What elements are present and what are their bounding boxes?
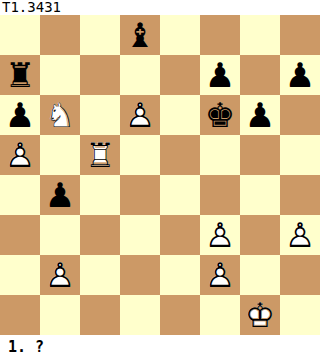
white-piece-outline-glyph: ♙ [0,135,40,175]
square-f3[interactable]: ♟♙ [200,215,240,255]
chess-board: ♝♜♟♟♟♞♘♟♙♚♟♟♙♜♖♟♟♙♟♙♟♙♟♙♚♔ [0,15,320,335]
square-f7[interactable]: ♟ [200,55,240,95]
black-piece-glyph: ♟ [280,55,320,95]
piece-white-pawn-h3[interactable]: ♟♙ [280,215,320,255]
white-piece-outline-glyph: ♙ [280,215,320,255]
square-a2[interactable] [0,255,40,295]
black-piece-glyph: ♜ [0,55,40,95]
chess-diagram-page: T1.3431 ♝♜♟♟♟♞♘♟♙♚♟♟♙♜♖♟♟♙♟♙♟♙♟♙♚♔ 1. ? [0,0,320,360]
puzzle-title: T1.3431 [0,0,320,15]
piece-white-pawn-f3[interactable]: ♟♙ [200,215,240,255]
square-b3[interactable] [40,215,80,255]
square-h6[interactable] [280,95,320,135]
black-piece-glyph: ♟ [240,95,280,135]
square-b5[interactable] [40,135,80,175]
square-f2[interactable]: ♟♙ [200,255,240,295]
square-e6[interactable] [160,95,200,135]
square-g7[interactable] [240,55,280,95]
square-c6[interactable] [80,95,120,135]
white-piece-outline-glyph: ♙ [40,255,80,295]
move-prompt: 1. ? [0,335,320,360]
square-d5[interactable] [120,135,160,175]
piece-white-pawn-b2[interactable]: ♟♙ [40,255,80,295]
square-h1[interactable] [280,295,320,335]
square-e7[interactable] [160,55,200,95]
square-c1[interactable] [80,295,120,335]
piece-black-pawn-g6[interactable]: ♟ [240,95,280,135]
square-h5[interactable] [280,135,320,175]
square-d3[interactable] [120,215,160,255]
piece-black-pawn-a6[interactable]: ♟ [0,95,40,135]
white-piece-outline-glyph: ♙ [120,95,160,135]
square-a1[interactable] [0,295,40,335]
square-g3[interactable] [240,215,280,255]
piece-black-bishop-d8[interactable]: ♝ [120,15,160,55]
square-a3[interactable] [0,215,40,255]
square-g2[interactable] [240,255,280,295]
piece-white-knight-b6[interactable]: ♞♘ [40,95,80,135]
white-piece-outline-glyph: ♘ [40,95,80,135]
square-f8[interactable] [200,15,240,55]
square-d4[interactable] [120,175,160,215]
square-d7[interactable] [120,55,160,95]
square-f4[interactable] [200,175,240,215]
square-g1[interactable]: ♚♔ [240,295,280,335]
square-b1[interactable] [40,295,80,335]
square-a4[interactable] [0,175,40,215]
square-c5[interactable]: ♜♖ [80,135,120,175]
square-g8[interactable] [240,15,280,55]
square-g6[interactable]: ♟ [240,95,280,135]
square-d8[interactable]: ♝ [120,15,160,55]
square-a5[interactable]: ♟♙ [0,135,40,175]
square-b7[interactable] [40,55,80,95]
square-b6[interactable]: ♞♘ [40,95,80,135]
square-g4[interactable] [240,175,280,215]
square-e2[interactable] [160,255,200,295]
square-e5[interactable] [160,135,200,175]
piece-white-king-g1[interactable]: ♚♔ [240,295,280,335]
square-c2[interactable] [80,255,120,295]
piece-white-pawn-d6[interactable]: ♟♙ [120,95,160,135]
black-piece-glyph: ♟ [0,95,40,135]
square-h4[interactable] [280,175,320,215]
piece-black-pawn-h7[interactable]: ♟ [280,55,320,95]
white-piece-outline-glyph: ♙ [200,215,240,255]
square-d6[interactable]: ♟♙ [120,95,160,135]
square-c8[interactable] [80,15,120,55]
square-b4[interactable]: ♟ [40,175,80,215]
square-f1[interactable] [200,295,240,335]
black-piece-glyph: ♟ [200,55,240,95]
square-c7[interactable] [80,55,120,95]
piece-white-pawn-f2[interactable]: ♟♙ [200,255,240,295]
square-h3[interactable]: ♟♙ [280,215,320,255]
white-piece-outline-glyph: ♖ [80,135,120,175]
white-piece-outline-glyph: ♔ [240,295,280,335]
square-d2[interactable] [120,255,160,295]
white-piece-outline-glyph: ♙ [200,255,240,295]
square-h2[interactable] [280,255,320,295]
piece-black-king-f6[interactable]: ♚ [200,95,240,135]
square-e4[interactable] [160,175,200,215]
square-e3[interactable] [160,215,200,255]
square-c3[interactable] [80,215,120,255]
square-h7[interactable]: ♟ [280,55,320,95]
piece-white-pawn-a5[interactable]: ♟♙ [0,135,40,175]
square-e1[interactable] [160,295,200,335]
square-a6[interactable]: ♟ [0,95,40,135]
black-piece-glyph: ♟ [40,175,80,215]
square-b8[interactable] [40,15,80,55]
square-a8[interactable] [0,15,40,55]
square-a7[interactable]: ♜ [0,55,40,95]
black-piece-glyph: ♚ [200,95,240,135]
square-g5[interactable] [240,135,280,175]
square-h8[interactable] [280,15,320,55]
square-b2[interactable]: ♟♙ [40,255,80,295]
square-e8[interactable] [160,15,200,55]
square-f6[interactable]: ♚ [200,95,240,135]
piece-white-rook-c5[interactable]: ♜♖ [80,135,120,175]
square-f5[interactable] [200,135,240,175]
square-c4[interactable] [80,175,120,215]
piece-black-pawn-f7[interactable]: ♟ [200,55,240,95]
black-piece-glyph: ♝ [120,15,160,55]
piece-black-pawn-b4[interactable]: ♟ [40,175,80,215]
piece-black-rook-a7[interactable]: ♜ [0,55,40,95]
square-d1[interactable] [120,295,160,335]
